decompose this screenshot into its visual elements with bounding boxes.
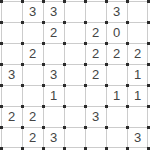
grid-dot [84,126,87,129]
grid-dot [147,21,150,24]
grid-dot [126,84,129,87]
cell-r2c7[interactable] [127,22,148,43]
cell-r1c7[interactable] [127,1,148,22]
clue-number: 1 [134,89,141,102]
cell-r7c6[interactable] [106,127,127,148]
clue-number: 2 [92,26,99,39]
cell-r3c7[interactable]: 2 [127,43,148,64]
grid-dot [105,63,108,66]
grid-dot [63,63,66,66]
clue-number: 3 [50,131,57,144]
grid-dot [105,105,108,108]
cell-r5c2[interactable] [22,85,43,106]
cell-r1c4[interactable] [64,1,85,22]
clue-number: 3 [8,68,15,81]
cell-r6c1[interactable]: 2 [1,106,22,127]
grid-dot [63,84,66,87]
clue-number: 3 [29,5,36,18]
grid-dot [147,105,150,108]
cell-r3c4[interactable] [64,43,85,64]
cell-r3c5[interactable]: 2 [85,43,106,64]
grid-dot [126,63,129,66]
grid-dot [105,126,108,129]
cell-r5c4[interactable] [64,85,85,106]
grid-dot [84,21,87,24]
cell-r5c6[interactable]: 1 [106,85,127,106]
cell-r1c1[interactable] [1,1,22,22]
grid-dot [126,0,129,3]
grid-dot [126,42,129,45]
cell-r1c3[interactable]: 3 [43,1,64,22]
grid-dot [0,147,3,150]
clue-number: 1 [113,89,120,102]
cell-r2c5[interactable]: 2 [85,22,106,43]
cell-r5c7[interactable]: 1 [127,85,148,106]
clue-number: 2 [29,131,36,144]
grid-dot [0,105,3,108]
grid-dot [147,0,150,3]
clue-number: 2 [8,110,15,123]
clue-number: 2 [113,47,120,60]
grid-dot [21,126,24,129]
cell-r2c3[interactable]: 2 [43,22,64,43]
grid-dot [84,63,87,66]
grid-dot [21,42,24,45]
grid-dot [42,105,45,108]
grid-dot [147,126,150,129]
clue-number: 2 [29,110,36,123]
grid-dot [42,147,45,150]
cell-r4c2[interactable] [22,64,43,85]
grid-dot [0,84,3,87]
grid-dot [84,105,87,108]
grid-dot [21,63,24,66]
grid-dot [21,0,24,3]
cell-r6c3[interactable] [43,106,64,127]
clue-number: 3 [113,5,120,18]
cell-r1c5[interactable] [85,1,106,22]
clue-number: 2 [134,47,141,60]
cell-r6c7[interactable] [127,106,148,127]
grid-dot [105,0,108,3]
cell-r3c6[interactable]: 2 [106,43,127,64]
grid-dot [63,0,66,3]
cell-r4c3[interactable]: 3 [43,64,64,85]
cell-r5c3[interactable]: 1 [43,85,64,106]
grid-dot [0,126,3,129]
clue-number: 2 [92,68,99,81]
grid-dot [105,21,108,24]
grid-dot [42,21,45,24]
cell-r2c1[interactable] [1,22,22,43]
grid-dot [63,147,66,150]
cell-r4c1[interactable]: 3 [1,64,22,85]
slitherlink-board: 33322022223321111223233 [1,1,149,149]
clue-number: 3 [50,5,57,18]
cell-r3c1[interactable] [1,43,22,64]
grid-dot [21,147,24,150]
grid-dot [42,84,45,87]
cell-r7c4[interactable] [64,127,85,148]
grid-dot [0,63,3,66]
clue-number: 2 [29,47,36,60]
grid-dot [147,42,150,45]
grid-dot [84,84,87,87]
cell-r1c2[interactable]: 3 [22,1,43,22]
grid-dot [147,84,150,87]
clue-number: 1 [134,68,141,81]
grid-dot [63,105,66,108]
grid-dot [21,84,24,87]
grid-dot [42,42,45,45]
grid-dot [126,126,129,129]
cell-r5c5[interactable] [85,85,106,106]
grid-dot [105,147,108,150]
clue-number: 2 [50,26,57,39]
grid-dot [84,147,87,150]
grid-dot [0,21,3,24]
grid-dot [0,42,3,45]
grid-dot [42,63,45,66]
grid-dot [42,126,45,129]
grid-dot [42,0,45,3]
cell-r4c4[interactable] [64,64,85,85]
cell-r2c6[interactable]: 0 [106,22,127,43]
cell-r6c4[interactable] [64,106,85,127]
cell-r6c5[interactable]: 3 [85,106,106,127]
grid-dot [105,42,108,45]
cell-r7c1[interactable] [1,127,22,148]
cell-r2c4[interactable] [64,22,85,43]
cell-r7c3[interactable]: 3 [43,127,64,148]
grid-dot [21,105,24,108]
grid-dot [84,42,87,45]
clue-number: 3 [134,131,141,144]
cell-r4c6[interactable] [106,64,127,85]
cell-r1c6[interactable]: 3 [106,1,127,22]
grid-dot [63,21,66,24]
clue-number: 0 [113,26,120,39]
clue-number: 2 [92,47,99,60]
cell-r4c7[interactable]: 1 [127,64,148,85]
grid-dot [63,42,66,45]
clue-number: 1 [50,89,57,102]
grid-dot [126,147,129,150]
cell-r4c5[interactable]: 2 [85,64,106,85]
grid-dot [0,0,3,3]
cell-r6c6[interactable] [106,106,127,127]
cell-r2c2[interactable] [22,22,43,43]
grid-dot [63,126,66,129]
grid-dot [147,63,150,66]
grid-dot [147,147,150,150]
cell-r7c5[interactable] [85,127,106,148]
clue-number: 3 [50,68,57,81]
grid-dot [105,84,108,87]
cell-r3c2[interactable]: 2 [22,43,43,64]
cell-r7c2[interactable]: 2 [22,127,43,148]
grid-dot [21,21,24,24]
cell-r7c7[interactable]: 3 [127,127,148,148]
grid-dot [126,21,129,24]
grid-dot [126,105,129,108]
clue-number: 3 [92,110,99,123]
cell-r6c2[interactable]: 2 [22,106,43,127]
grid-dot [84,0,87,3]
cell-r5c1[interactable] [1,85,22,106]
cell-r3c3[interactable] [43,43,64,64]
